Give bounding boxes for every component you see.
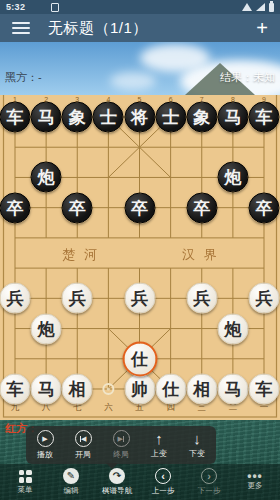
play-button[interactable]: ▶ 播放 (26, 426, 64, 464)
add-button[interactable]: + (256, 18, 268, 38)
prev-variation-button[interactable]: ↑ 上变 (140, 426, 178, 464)
piece-仕[interactable]: 仕 (155, 373, 186, 404)
piece-炮[interactable]: 炮 (31, 313, 62, 344)
nav-next-step[interactable]: › 下一步 (192, 468, 226, 496)
cloud (140, 44, 210, 72)
piece-车[interactable]: 车 (0, 373, 31, 404)
piece-士[interactable]: 士 (155, 102, 186, 133)
piece-仕[interactable]: 仕 (122, 341, 157, 376)
xiangqi-app: 5:32 无标题（1/1） + 黑方：- 结果：未知 123456789九八七六… (0, 0, 280, 500)
piece-兵[interactable]: 兵 (249, 283, 280, 314)
skip-to-end-icon: ▶ (113, 430, 130, 447)
play-circle-icon: ▶ (37, 430, 54, 447)
nav-record-navigation[interactable]: ↷ 棋谱导航 (100, 468, 134, 496)
notification-icon (51, 3, 59, 12)
skip-to-end-button[interactable]: ▶ 终局 (102, 426, 140, 464)
chevron-left-icon: ‹ (155, 468, 171, 484)
bottom-nav: 菜单 ✎ 编辑 ↷ 棋谱导航 ‹ 上一步 › 下一步 ••• 更多 (0, 464, 280, 500)
piece-炮[interactable]: 炮 (31, 162, 62, 193)
piece-卒[interactable]: 卒 (62, 192, 93, 223)
file-label-bottom: 六 (104, 403, 113, 412)
piece-车[interactable]: 车 (249, 373, 280, 404)
sky-background (0, 42, 280, 95)
piece-兵[interactable]: 兵 (124, 283, 155, 314)
piece-兵[interactable]: 兵 (62, 283, 93, 314)
skip-to-start-button[interactable]: ◀ 开局 (64, 426, 102, 464)
piece-马[interactable]: 马 (31, 373, 62, 404)
piece-车[interactable]: 车 (249, 102, 280, 133)
result-label: 结果：未知 (220, 70, 275, 85)
menu-grid-icon (19, 470, 32, 483)
piece-卒[interactable]: 卒 (249, 192, 280, 223)
more-dots-icon: ••• (247, 473, 263, 479)
game-info-row: 黑方：- 结果：未知 (0, 70, 280, 85)
nav-previous-step[interactable]: ‹ 上一步 (146, 468, 180, 496)
chevron-right-icon: › (201, 468, 217, 484)
skip-to-start-icon: ◀ (75, 430, 92, 447)
arrow-down-icon: ↓ (193, 431, 201, 446)
signal-icon (256, 3, 265, 11)
river-text: 楚河 (62, 246, 106, 264)
wifi-icon (242, 3, 252, 11)
clock: 5:32 (6, 2, 25, 12)
piece-相[interactable]: 相 (62, 373, 93, 404)
playback-toolbar: ▶ 播放 ◀ 开局 ▶ 终局 ↑ 上变 ↓ 下变 (26, 426, 216, 464)
piece-马[interactable]: 马 (217, 102, 248, 133)
app-bar: 无标题（1/1） + (0, 14, 280, 42)
river-text: 汉界 (182, 246, 226, 264)
piece-相[interactable]: 相 (186, 373, 217, 404)
piece-帅[interactable]: 帅 (124, 373, 155, 404)
piece-兵[interactable]: 兵 (0, 283, 31, 314)
toolbar-pointer-tail (106, 463, 118, 469)
nav-menu[interactable]: 菜单 (8, 470, 42, 495)
status-bar: 5:32 (0, 0, 280, 14)
pencil-icon: ✎ (63, 468, 79, 484)
navigate-arrow-icon: ↷ (109, 468, 125, 484)
arrow-up-icon: ↑ (155, 431, 163, 446)
piece-炮[interactable]: 炮 (217, 162, 248, 193)
xiangqi-board[interactable]: 123456789九八七六五四三二一楚河汉界车马象士将士象马车炮炮卒卒卒卒卒兵兵… (0, 95, 280, 420)
battery-icon (269, 3, 274, 12)
piece-象[interactable]: 象 (186, 102, 217, 133)
piece-将[interactable]: 将 (124, 102, 155, 133)
piece-卒[interactable]: 卒 (186, 192, 217, 223)
nav-more[interactable]: ••• 更多 (238, 473, 272, 491)
nav-edit[interactable]: ✎ 编辑 (54, 468, 88, 496)
piece-车[interactable]: 车 (0, 102, 31, 133)
piece-兵[interactable]: 兵 (186, 283, 217, 314)
hamburger-menu-icon[interactable] (12, 22, 30, 34)
piece-士[interactable]: 士 (93, 102, 124, 133)
piece-象[interactable]: 象 (62, 102, 93, 133)
piece-马[interactable]: 马 (31, 102, 62, 133)
piece-卒[interactable]: 卒 (124, 192, 155, 223)
next-variation-button[interactable]: ↓ 下变 (178, 426, 216, 464)
piece-马[interactable]: 马 (217, 373, 248, 404)
page-title: 无标题（1/1） (48, 19, 148, 38)
piece-炮[interactable]: 炮 (217, 313, 248, 344)
black-player-label: 黑方：- (5, 70, 42, 85)
piece-卒[interactable]: 卒 (0, 192, 31, 223)
